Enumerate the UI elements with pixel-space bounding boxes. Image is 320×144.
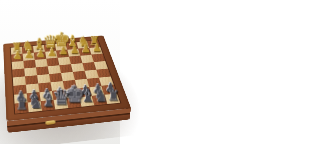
square-r4c6 [71, 63, 85, 72]
scene: ♜♞♝♛♚♝♞♜♟♟♟♟♟♟♟♟♟♟♟♟♟♟♟♟♜♞♝♛♚♝♞♜ [0, 0, 120, 144]
piece-gold-pawn: ♟ [70, 45, 80, 56]
piece-gold-pawn: ♟ [92, 43, 102, 54]
square-r3c6 [69, 56, 82, 64]
piece-gold-pawn: ♟ [36, 48, 46, 59]
chess-board: ♜♞♝♛♚♝♞♜♟♟♟♟♟♟♟♟♟♟♟♟♟♟♟♟♜♞♝♛♚♝♞♜ [11, 40, 120, 113]
piece-silver-bishop: ♝ [41, 92, 57, 110]
square-r5c6 [73, 71, 87, 80]
square-r8c3: ♝ [41, 100, 56, 111]
square-r2c8: ♟ [89, 47, 102, 55]
piece-gold-pawn: ♟ [47, 47, 57, 58]
square-r2c2: ♟ [23, 53, 35, 61]
brass-latch-icon [45, 120, 55, 125]
square-r2c1: ♟ [11, 54, 23, 62]
piece-silver-knight: ♞ [94, 88, 108, 104]
folding-chess-set: ♜♞♝♛♚♝♞♜♟♟♟♟♟♟♟♟♟♟♟♟♟♟♟♟♜♞♝♛♚♝♞♜ [3, 36, 120, 122]
square-r5c8 [96, 69, 110, 78]
square-r5c4 [49, 73, 63, 82]
piece-gold-pawn: ♟ [58, 46, 68, 57]
product-photo-background: ♜♞♝♛♚♝♞♜♟♟♟♟♟♟♟♟♟♟♟♟♟♟♟♟♜♞♝♛♚♝♞♜ [0, 0, 120, 144]
square-r8c1: ♜ [15, 103, 29, 114]
piece-gold-pawn: ♟ [13, 50, 23, 61]
piece-gold-pawn: ♟ [81, 44, 91, 55]
square-r2c6: ♟ [67, 49, 80, 57]
piece-gold-pawn: ♟ [24, 49, 34, 60]
square-r2c7: ♟ [78, 48, 91, 56]
piece-silver-knight: ♞ [28, 95, 42, 111]
piece-silver-rook: ♜ [15, 98, 28, 113]
square-r5c2 [25, 75, 38, 84]
board-frame: ♜♞♝♛♚♝♞♜♟♟♟♟♟♟♟♟♟♟♟♟♟♟♟♟♜♞♝♛♚♝♞♜ [3, 36, 120, 122]
square-r2c4: ♟ [45, 51, 58, 59]
piece-silver-rook: ♜ [107, 88, 120, 102]
square-r2c5: ♟ [56, 50, 69, 58]
square-r8c2: ♞ [28, 101, 42, 112]
square-r4c1 [12, 68, 25, 77]
square-r2c3: ♟ [34, 52, 46, 60]
